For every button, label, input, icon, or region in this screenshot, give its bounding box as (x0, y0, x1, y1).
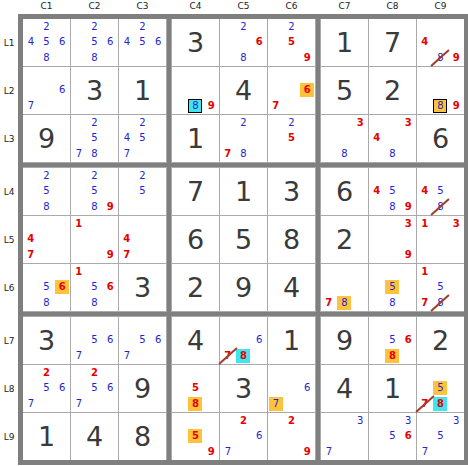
candidate-7: 7 (322, 445, 336, 459)
cell-L1C5[interactable]: 268 (220, 19, 267, 66)
candidate-7: 7 (120, 349, 134, 363)
solved-digit: 1 (23, 413, 70, 460)
candidate-5: 5 (87, 131, 101, 145)
solved-digit: 9 (220, 264, 267, 311)
candidate-9: 9 (401, 200, 415, 214)
cell-L7C5[interactable]: 678 (220, 317, 267, 364)
candidate-grid: 458 (417, 168, 464, 215)
candidate-5: 5 (39, 280, 53, 294)
candidate-5: 5 (87, 280, 101, 294)
cell-L4C8[interactable]: 4589 (369, 168, 416, 215)
candidate-7: 7 (418, 397, 432, 411)
candidate-8: 8 (337, 147, 351, 161)
candidate-7-highlighted: 7 (269, 397, 283, 411)
box-separator-horizontal (23, 312, 464, 316)
candidate-7: 7 (24, 248, 38, 262)
candidate-9: 9 (204, 99, 218, 113)
cell-L4C7[interactable]: 6 (321, 168, 368, 215)
cell-L3C1[interactable]: 9 (23, 115, 70, 162)
candidate-4: 4 (370, 131, 384, 145)
elimination-slash-icon (431, 198, 450, 216)
cell-L9C2[interactable]: 4 (71, 413, 118, 460)
solved-digit: 3 (71, 67, 118, 114)
row-label-L6: L6 (0, 264, 18, 311)
candidate-7: 7 (72, 147, 86, 161)
candidate-2: 2 (284, 20, 298, 34)
row-label-L4: L4 (0, 168, 18, 215)
col-label-C3: C3 (119, 0, 166, 14)
cell-L1C3[interactable]: 2456 (119, 19, 166, 66)
cell-L2C1[interactable]: 67 (23, 67, 70, 114)
candidate-grid: 567 (71, 317, 118, 364)
candidate-grid: 267 (220, 413, 267, 460)
candidate-7: 7 (221, 445, 235, 459)
cell-L6C6[interactable]: 4 (268, 264, 315, 311)
candidate-grid: 13 (417, 216, 464, 263)
cell-L4C9[interactable]: 458 (417, 168, 464, 215)
cell-L4C1[interactable]: 258 (23, 168, 70, 215)
candidate-1: 1 (418, 265, 432, 279)
cell-L8C9[interactable]: 578 (417, 365, 464, 412)
cell-L9C7[interactable]: 37 (321, 413, 368, 460)
candidate-6: 6 (151, 35, 165, 49)
candidate-9: 9 (204, 445, 218, 459)
cell-L4C5[interactable]: 1 (220, 168, 267, 215)
candidate-5: 5 (135, 131, 149, 145)
candidate-2: 2 (39, 169, 53, 183)
candidate-6: 6 (103, 35, 117, 49)
candidate-9: 9 (401, 248, 415, 262)
candidate-grid: 2567 (23, 365, 70, 412)
candidate-2: 2 (39, 366, 53, 380)
candidate-8: 8 (236, 51, 250, 65)
candidate-5: 5 (284, 35, 298, 49)
candidate-6-highlighted: 6 (55, 280, 69, 294)
candidate-8: 8 (433, 200, 447, 214)
elimination-slash-icon (415, 395, 434, 413)
cell-L3C7[interactable]: 38 (321, 115, 368, 162)
cell-L5C4[interactable]: 6 (172, 216, 219, 263)
candidate-8-highlighted: 8 (433, 99, 447, 113)
cell-L8C6[interactable]: 67 (268, 365, 315, 412)
candidate-4: 4 (418, 35, 432, 49)
candidate-grid: 348 (369, 115, 416, 162)
cell-L6C7[interactable]: 78 (321, 264, 368, 311)
candidate-4: 4 (120, 232, 134, 246)
solved-digit: 9 (119, 365, 166, 412)
cell-L5C7[interactable]: 2 (321, 216, 368, 263)
candidate-4: 4 (24, 35, 38, 49)
cell-L8C1[interactable]: 2567 (23, 365, 70, 412)
cell-L5C2[interactable]: 19 (71, 216, 118, 263)
candidate-8-highlighted: 8 (433, 397, 447, 411)
candidate-5: 5 (87, 333, 101, 347)
solved-digit: 4 (172, 317, 219, 364)
candidate-grid: 24568 (23, 19, 70, 66)
cell-L7C9[interactable]: 2 (417, 317, 464, 364)
candidate-8-highlighted: 8 (236, 349, 250, 363)
candidate-6: 6 (55, 83, 69, 97)
candidate-grid: 1568 (71, 264, 118, 311)
candidate-2: 2 (236, 414, 250, 428)
candidate-5: 5 (433, 429, 447, 443)
cell-L3C5[interactable]: 278 (220, 115, 267, 162)
candidate-4: 4 (24, 232, 38, 246)
col-label-C4: C4 (172, 0, 219, 14)
cell-L1C8[interactable]: 7 (369, 19, 416, 66)
candidate-5-highlighted: 5 (385, 280, 399, 294)
candidate-grid: 37 (321, 413, 368, 460)
cell-L7C6[interactable]: 1 (268, 317, 315, 364)
cell-L2C2[interactable]: 3 (71, 67, 118, 114)
candidate-9: 9 (300, 445, 314, 459)
candidate-5: 5 (135, 35, 149, 49)
candidate-2: 2 (135, 20, 149, 34)
cell-L3C4[interactable]: 1 (172, 115, 219, 162)
candidate-grid: 258 (23, 168, 70, 215)
candidate-1: 1 (72, 265, 86, 279)
solved-digit: 3 (220, 365, 267, 412)
box-separator-vertical (316, 19, 320, 460)
candidate-grid: 489 (417, 19, 464, 66)
candidate-6: 6 (103, 381, 117, 395)
candidate-grid: 47 (23, 216, 70, 263)
solved-digit: 7 (369, 19, 416, 66)
candidate-8: 8 (39, 51, 53, 65)
cell-L9C5[interactable]: 267 (220, 413, 267, 460)
candidate-5: 5 (385, 333, 399, 347)
candidate-3: 3 (353, 116, 367, 130)
candidate-6: 6 (55, 381, 69, 395)
cell-L2C8[interactable]: 2 (369, 67, 416, 114)
cell-L3C2[interactable]: 2578 (71, 115, 118, 162)
candidate-2: 2 (87, 366, 101, 380)
solved-digit: 3 (268, 168, 315, 215)
candidate-2: 2 (87, 169, 101, 183)
solved-digit: 9 (321, 317, 368, 364)
solved-digit: 2 (369, 67, 416, 114)
cell-L4C3[interactable]: 25 (119, 168, 166, 215)
cell-L1C7[interactable]: 1 (321, 19, 368, 66)
candidate-grid: 47 (119, 216, 166, 263)
candidate-8-highlighted: 8 (337, 296, 351, 310)
cell-L9C8[interactable]: 356 (369, 413, 416, 460)
candidate-7: 7 (418, 296, 432, 310)
col-label-C1: C1 (23, 0, 70, 14)
cell-L8C8[interactable]: 1 (369, 365, 416, 412)
cell-L2C7[interactable]: 5 (321, 67, 368, 114)
cell-L3C3[interactable]: 2457 (119, 115, 166, 162)
candidate-4: 4 (120, 35, 134, 49)
candidate-5: 5 (87, 381, 101, 395)
candidate-7: 7 (24, 397, 38, 411)
candidate-2: 2 (87, 116, 101, 130)
candidate-6: 6 (252, 35, 266, 49)
candidate-8: 8 (433, 296, 447, 310)
solved-digit: 5 (220, 216, 267, 263)
solved-digit: 1 (321, 19, 368, 66)
solved-digit: 8 (119, 413, 166, 460)
candidate-5: 5 (87, 184, 101, 198)
row-label-L5: L5 (0, 216, 18, 263)
candidate-6: 6 (401, 333, 415, 347)
candidate-7: 7 (72, 397, 86, 411)
cell-L9C6[interactable]: 29 (268, 413, 315, 460)
col-label-C7: C7 (321, 0, 368, 14)
solved-digit: 5 (321, 67, 368, 114)
candidate-8: 8 (87, 51, 101, 65)
candidate-5: 5 (188, 381, 202, 395)
candidate-grid: 578 (417, 365, 464, 412)
candidate-grid: 4589 (369, 168, 416, 215)
cell-L9C1[interactable]: 1 (23, 413, 70, 460)
row-label-L1: L1 (0, 19, 18, 66)
candidate-2: 2 (236, 116, 250, 130)
cell-L8C7[interactable]: 4 (321, 365, 368, 412)
candidate-2: 2 (135, 169, 149, 183)
candidate-grid: 568 (23, 264, 70, 311)
candidate-grid: 25 (268, 115, 315, 162)
solved-digit: 9 (23, 115, 70, 162)
solved-digit: 2 (321, 216, 368, 263)
solved-digit: 4 (71, 413, 118, 460)
candidate-6: 6 (300, 381, 314, 395)
solved-digit: 3 (119, 264, 166, 311)
candidate-9: 9 (449, 99, 463, 113)
candidate-2: 2 (39, 20, 53, 34)
cell-L2C6[interactable]: 67 (268, 67, 315, 114)
candidate-grid: 58 (172, 365, 219, 412)
cell-L4C6[interactable]: 3 (268, 168, 315, 215)
candidate-grid: 58 (369, 264, 416, 311)
cell-L7C8[interactable]: 568 (369, 317, 416, 364)
cell-L6C2[interactable]: 1568 (71, 264, 118, 311)
candidate-6: 6 (401, 429, 415, 443)
cell-L6C3[interactable]: 3 (119, 264, 166, 311)
cell-L1C9[interactable]: 489 (417, 19, 464, 66)
cell-L7C4[interactable]: 4 (172, 317, 219, 364)
cell-L8C3[interactable]: 9 (119, 365, 166, 412)
candidate-7: 7 (72, 349, 86, 363)
cell-L6C9[interactable]: 1578 (417, 264, 464, 311)
candidate-8: 8 (385, 296, 399, 310)
candidate-6: 6 (55, 35, 69, 49)
cell-L5C5[interactable]: 5 (220, 216, 267, 263)
cell-L3C9[interactable]: 6 (417, 115, 464, 162)
candidate-6: 6 (252, 429, 266, 443)
candidate-grid: 67 (268, 365, 315, 412)
solved-digit: 1 (220, 168, 267, 215)
candidate-9: 9 (449, 51, 463, 65)
box-separator-vertical (167, 19, 171, 460)
candidate-grid: 568 (369, 317, 416, 364)
candidate-grid: 567 (119, 317, 166, 364)
cell-L8C5[interactable]: 3 (220, 365, 267, 412)
solved-digit: 8 (268, 216, 315, 263)
cell-L2C9[interactable]: 89 (417, 67, 464, 114)
cell-L2C5[interactable]: 4 (220, 67, 267, 114)
candidate-grid: 2456 (119, 19, 166, 66)
candidate-2: 2 (135, 116, 149, 130)
col-label-C6: C6 (268, 0, 315, 14)
candidate-grid: 89 (172, 67, 219, 114)
candidate-grid: 2567 (71, 365, 118, 412)
cell-L5C8[interactable]: 39 (369, 216, 416, 263)
cell-L7C2[interactable]: 567 (71, 317, 118, 364)
cell-L1C4[interactable]: 3 (172, 19, 219, 66)
candidate-8: 8 (87, 296, 101, 310)
elimination-slash-icon (431, 49, 450, 67)
cell-L6C8[interactable]: 58 (369, 264, 416, 311)
cell-L4C2[interactable]: 2589 (71, 168, 118, 215)
candidate-grid: 39 (369, 216, 416, 263)
cell-L7C7[interactable]: 9 (321, 317, 368, 364)
candidate-8: 8 (385, 200, 399, 214)
candidate-8: 8 (87, 147, 101, 161)
candidate-grid: 357 (417, 413, 464, 460)
candidate-5-highlighted: 5 (188, 429, 202, 443)
candidate-5: 5 (385, 429, 399, 443)
candidate-3: 3 (449, 414, 463, 428)
cell-L9C4[interactable]: 59 (172, 413, 219, 460)
candidate-grid: 25 (119, 168, 166, 215)
candidate-5-highlighted: 5 (433, 381, 447, 395)
row-label-L2: L2 (0, 67, 18, 114)
col-label-C9: C9 (417, 0, 464, 14)
cell-L4C4[interactable]: 7 (172, 168, 219, 215)
candidate-4: 4 (370, 184, 384, 198)
solved-digit: 4 (321, 365, 368, 412)
candidate-1: 1 (72, 217, 86, 231)
row-label-L7: L7 (0, 317, 18, 364)
candidate-8: 8 (236, 147, 250, 161)
candidate-8-highlighted: 8 (188, 99, 202, 113)
candidate-6: 6 (151, 333, 165, 347)
cell-L7C1[interactable]: 3 (23, 317, 70, 364)
row-label-L8: L8 (0, 365, 18, 412)
candidate-1: 1 (418, 217, 432, 231)
candidate-8-highlighted: 8 (385, 349, 399, 363)
candidate-3: 3 (401, 414, 415, 428)
candidate-grid: 19 (71, 216, 118, 263)
solved-digit: 3 (172, 19, 219, 66)
col-label-C2: C2 (71, 0, 118, 14)
candidate-8: 8 (87, 200, 101, 214)
candidate-2: 2 (87, 20, 101, 34)
cell-L8C4[interactable]: 58 (172, 365, 219, 412)
cell-L7C3[interactable]: 567 (119, 317, 166, 364)
solved-digit: 1 (172, 115, 219, 162)
solved-digit: 1 (119, 67, 166, 114)
candidate-7: 7 (24, 99, 38, 113)
solved-digit: 6 (172, 216, 219, 263)
candidate-6: 6 (252, 333, 266, 347)
candidate-8: 8 (433, 51, 447, 65)
candidate-4: 4 (418, 184, 432, 198)
candidate-9: 9 (103, 248, 117, 262)
candidate-grid: 89 (417, 67, 464, 114)
elimination-slash-icon (431, 294, 450, 312)
candidate-grid: 38 (321, 115, 368, 162)
solved-digit: 7 (172, 168, 219, 215)
solved-digit: 4 (268, 264, 315, 311)
candidate-6: 6 (103, 280, 117, 294)
cell-L1C1[interactable]: 24568 (23, 19, 70, 66)
candidate-4: 4 (120, 131, 134, 145)
cell-L2C3[interactable]: 1 (119, 67, 166, 114)
solved-digit: 1 (369, 365, 416, 412)
candidate-grid: 259 (268, 19, 315, 66)
elimination-slash-icon (218, 347, 237, 365)
cell-L2C4[interactable]: 89 (172, 67, 219, 114)
candidate-8: 8 (39, 296, 53, 310)
candidate-grid: 268 (220, 19, 267, 66)
solved-digit: 2 (417, 317, 464, 364)
cell-L3C8[interactable]: 348 (369, 115, 416, 162)
row-labels: L1L2L3L4L5L6L7L8L9 (0, 19, 18, 460)
candidate-5: 5 (39, 35, 53, 49)
column-labels: C1C2C3C4C5C6C7C8C9 (23, 0, 464, 14)
col-label-C5: C5 (220, 0, 267, 14)
candidate-grid: 356 (369, 413, 416, 460)
candidate-8: 8 (385, 147, 399, 161)
col-label-C8: C8 (369, 0, 416, 14)
cell-L1C2[interactable]: 2568 (71, 19, 118, 66)
cell-L5C9[interactable]: 13 (417, 216, 464, 263)
candidate-3: 3 (449, 217, 463, 231)
cell-L5C6[interactable]: 8 (268, 216, 315, 263)
cell-L5C1[interactable]: 47 (23, 216, 70, 263)
candidate-5: 5 (135, 184, 149, 198)
candidate-5: 5 (433, 280, 447, 294)
candidate-grid: 2568 (71, 19, 118, 66)
candidate-grid: 2589 (71, 168, 118, 215)
candidate-6: 6 (103, 333, 117, 347)
row-label-L3: L3 (0, 115, 18, 162)
candidate-8: 8 (39, 200, 53, 214)
candidate-3: 3 (401, 116, 415, 130)
candidate-2: 2 (236, 20, 250, 34)
cell-L8C2[interactable]: 2567 (71, 365, 118, 412)
candidate-grid: 67 (268, 67, 315, 114)
candidate-grid: 59 (172, 413, 219, 460)
candidate-grid: 78 (321, 264, 368, 311)
candidate-7: 7 (221, 147, 235, 161)
cell-L6C5[interactable]: 9 (220, 264, 267, 311)
candidate-grid: 67 (23, 67, 70, 114)
cell-L6C1[interactable]: 568 (23, 264, 70, 311)
solved-digit: 2 (172, 264, 219, 311)
candidate-7: 7 (120, 248, 134, 262)
solved-digit: 6 (321, 168, 368, 215)
solved-digit: 3 (23, 317, 70, 364)
cell-L5C3[interactable]: 47 (119, 216, 166, 263)
candidate-5: 5 (385, 184, 399, 198)
cell-L6C4[interactable]: 2 (172, 264, 219, 311)
candidate-5: 5 (284, 131, 298, 145)
candidate-6-highlighted: 6 (300, 83, 314, 97)
candidate-3: 3 (401, 217, 415, 231)
row-label-L9: L9 (0, 413, 18, 460)
solved-digit: 6 (417, 115, 464, 162)
cell-L1C6[interactable]: 259 (268, 19, 315, 66)
cell-L9C9[interactable]: 357 (417, 413, 464, 460)
candidate-9: 9 (103, 200, 117, 214)
candidate-7: 7 (269, 99, 283, 113)
candidate-8-highlighted: 8 (188, 397, 202, 411)
cell-L9C3[interactable]: 8 (119, 413, 166, 460)
cell-L3C6[interactable]: 25 (268, 115, 315, 162)
